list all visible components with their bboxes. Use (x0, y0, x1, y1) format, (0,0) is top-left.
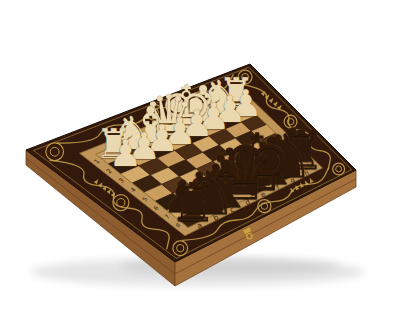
chess-set-photo: ♟♟♟♟♟♟♟♟♟♟♟♟♟♟♟abcdefgh12345678 ♜♞♝♛♚♝♞♜… (0, 0, 400, 320)
chess-board: ♟♟♟♟♟♟♟♟♟♟♟♟♟♟♟abcdefgh12345678 (0, 0, 400, 320)
